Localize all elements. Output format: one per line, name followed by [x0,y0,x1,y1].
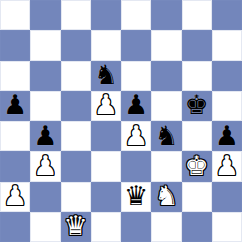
square-a8[interactable] [0,0,30,30]
square-h6[interactable] [212,61,242,91]
square-d6[interactable]: ♞ [91,61,121,91]
square-e6[interactable] [121,61,151,91]
piece-black-pawn-e5[interactable]: ♟ [124,91,148,118]
square-a1[interactable] [0,212,30,242]
square-g1[interactable] [182,212,212,242]
square-c4[interactable] [61,121,91,151]
square-b8[interactable] [30,0,60,30]
square-a2[interactable]: ♟ [0,182,30,212]
square-f7[interactable] [151,30,181,60]
square-a7[interactable] [0,30,30,60]
square-d8[interactable] [91,0,121,30]
square-f2[interactable]: ♞ [151,182,181,212]
piece-white-pawn-e4[interactable]: ♟ [124,122,148,149]
piece-white-queen-c1[interactable]: ♛ [64,212,88,239]
square-g6[interactable] [182,61,212,91]
square-b3[interactable]: ♟ [30,151,60,181]
square-h5[interactable] [212,91,242,121]
square-a5[interactable]: ♟ [0,91,30,121]
piece-black-pawn-h4[interactable]: ♟ [215,122,239,149]
square-h8[interactable] [212,0,242,30]
square-f6[interactable] [151,61,181,91]
square-h1[interactable] [212,212,242,242]
square-c2[interactable] [61,182,91,212]
square-c8[interactable] [61,0,91,30]
square-b6[interactable] [30,61,60,91]
square-f4[interactable]: ♞ [151,121,181,151]
square-g2[interactable] [182,182,212,212]
square-b7[interactable] [30,30,60,60]
square-e1[interactable] [121,212,151,242]
square-e7[interactable] [121,30,151,60]
square-e3[interactable] [121,151,151,181]
square-f1[interactable] [151,212,181,242]
square-g3[interactable]: ♚ [182,151,212,181]
chess-board: ♞♟♟♟♚♟♟♞♟♟♚♟♟♛♞♛ [0,0,242,242]
piece-white-pawn-a2[interactable]: ♟ [3,182,27,209]
square-d4[interactable] [91,121,121,151]
square-e5[interactable]: ♟ [121,91,151,121]
piece-black-king-g5[interactable]: ♚ [185,91,209,118]
square-a6[interactable] [0,61,30,91]
piece-white-king-g3[interactable]: ♚ [185,152,209,179]
square-f8[interactable] [151,0,181,30]
square-f5[interactable] [151,91,181,121]
square-h4[interactable]: ♟ [212,121,242,151]
piece-black-pawn-b4[interactable]: ♟ [33,122,57,149]
square-c5[interactable] [61,91,91,121]
chess-board-container: ♞♟♟♟♚♟♟♞♟♟♚♟♟♛♞♛ [0,0,242,242]
square-b2[interactable] [30,182,60,212]
square-d7[interactable] [91,30,121,60]
square-g4[interactable] [182,121,212,151]
piece-white-pawn-d5[interactable]: ♟ [94,91,118,118]
piece-black-knight-f4[interactable]: ♞ [154,122,178,149]
square-h2[interactable] [212,182,242,212]
square-b5[interactable] [30,91,60,121]
piece-white-pawn-b3[interactable]: ♟ [33,152,57,179]
square-e2[interactable]: ♛ [121,182,151,212]
square-c6[interactable] [61,61,91,91]
square-d5[interactable]: ♟ [91,91,121,121]
square-g7[interactable] [182,30,212,60]
square-c3[interactable] [61,151,91,181]
square-g8[interactable] [182,0,212,30]
square-b4[interactable]: ♟ [30,121,60,151]
square-h7[interactable] [212,30,242,60]
square-e8[interactable] [121,0,151,30]
square-d1[interactable] [91,212,121,242]
piece-black-queen-e2[interactable]: ♛ [124,182,148,209]
piece-black-knight-d6[interactable]: ♞ [94,61,118,88]
square-e4[interactable]: ♟ [121,121,151,151]
square-c1[interactable]: ♛ [61,212,91,242]
square-a4[interactable] [0,121,30,151]
square-h3[interactable]: ♟ [212,151,242,181]
square-g5[interactable]: ♚ [182,91,212,121]
square-a3[interactable] [0,151,30,181]
piece-white-pawn-h3[interactable]: ♟ [215,152,239,179]
square-c7[interactable] [61,30,91,60]
piece-black-pawn-a5[interactable]: ♟ [3,91,27,118]
square-d2[interactable] [91,182,121,212]
square-d3[interactable] [91,151,121,181]
square-f3[interactable] [151,151,181,181]
piece-white-knight-f2[interactable]: ♞ [154,182,178,209]
square-b1[interactable] [30,212,60,242]
